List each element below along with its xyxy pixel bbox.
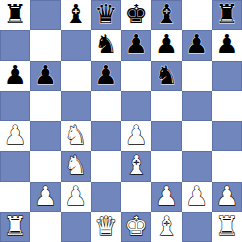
black-pawn: ♟: [185, 30, 208, 59]
square-a5[interactable]: [0, 91, 30, 121]
square-b7[interactable]: [30, 30, 60, 60]
white-bishop: ♝: [155, 212, 178, 241]
black-pawn: ♟: [94, 61, 117, 90]
square-h7[interactable]: ♟: [212, 30, 242, 60]
white-bishop: ♝: [124, 151, 147, 180]
square-h6[interactable]: [212, 61, 242, 91]
square-d1[interactable]: ♛: [91, 212, 121, 242]
black-pawn: ♟: [155, 30, 178, 59]
square-b2[interactable]: ♟: [30, 182, 60, 212]
square-b1[interactable]: [30, 212, 60, 242]
black-pawn: ♟: [34, 61, 57, 90]
square-d7[interactable]: ♞: [91, 30, 121, 60]
square-d8[interactable]: ♛: [91, 0, 121, 30]
white-pawn: ♟: [185, 182, 208, 211]
white-knight: ♞: [64, 151, 87, 180]
black-knight: ♞: [155, 61, 178, 90]
square-a7[interactable]: [0, 30, 30, 60]
square-f6[interactable]: ♞: [151, 61, 181, 91]
square-e1[interactable]: ♚: [121, 212, 151, 242]
square-a2[interactable]: [0, 182, 30, 212]
square-a6[interactable]: ♟: [0, 61, 30, 91]
black-bishop: ♝: [155, 0, 178, 29]
square-d6[interactable]: ♟: [91, 61, 121, 91]
white-rook: ♜: [215, 212, 238, 241]
square-e2[interactable]: [121, 182, 151, 212]
square-f2[interactable]: ♟: [151, 182, 181, 212]
square-c7[interactable]: [61, 30, 91, 60]
square-f3[interactable]: [151, 151, 181, 181]
white-pawn: ♟: [64, 182, 87, 211]
square-a3[interactable]: [0, 151, 30, 181]
black-pawn: ♟: [3, 61, 26, 90]
square-c1[interactable]: [61, 212, 91, 242]
square-e4[interactable]: ♟: [121, 121, 151, 151]
square-h4[interactable]: [212, 121, 242, 151]
white-pawn: ♟: [124, 121, 147, 150]
square-d5[interactable]: [91, 91, 121, 121]
white-pawn: ♟: [155, 182, 178, 211]
square-f5[interactable]: [151, 91, 181, 121]
square-d2[interactable]: [91, 182, 121, 212]
square-d3[interactable]: [91, 151, 121, 181]
black-pawn: ♟: [124, 30, 147, 59]
square-f4[interactable]: [151, 121, 181, 151]
square-e3[interactable]: ♝: [121, 151, 151, 181]
square-h3[interactable]: [212, 151, 242, 181]
square-b6[interactable]: ♟: [30, 61, 60, 91]
black-pawn: ♟: [215, 30, 238, 59]
square-c2[interactable]: ♟: [61, 182, 91, 212]
black-rook: ♜: [3, 0, 26, 29]
black-queen: ♛: [94, 0, 117, 29]
square-f8[interactable]: ♝: [151, 0, 181, 30]
square-g5[interactable]: [182, 91, 212, 121]
square-a1[interactable]: ♜: [0, 212, 30, 242]
white-knight: ♞: [64, 121, 87, 150]
square-h5[interactable]: [212, 91, 242, 121]
square-g3[interactable]: [182, 151, 212, 181]
square-b3[interactable]: [30, 151, 60, 181]
square-b8[interactable]: [30, 0, 60, 30]
square-d4[interactable]: [91, 121, 121, 151]
square-c8[interactable]: ♝: [61, 0, 91, 30]
black-knight: ♞: [94, 30, 117, 59]
white-queen: ♛: [94, 212, 117, 241]
square-g4[interactable]: [182, 121, 212, 151]
square-g1[interactable]: [182, 212, 212, 242]
square-e8[interactable]: ♚: [121, 0, 151, 30]
square-f7[interactable]: ♟: [151, 30, 181, 60]
square-f1[interactable]: ♝: [151, 212, 181, 242]
square-c5[interactable]: [61, 91, 91, 121]
square-g6[interactable]: [182, 61, 212, 91]
black-king: ♚: [124, 0, 147, 29]
white-pawn: ♟: [3, 121, 26, 150]
square-c6[interactable]: [61, 61, 91, 91]
square-c3[interactable]: ♞: [61, 151, 91, 181]
white-rook: ♜: [3, 212, 26, 241]
square-a8[interactable]: ♜: [0, 0, 30, 30]
square-g7[interactable]: ♟: [182, 30, 212, 60]
square-h2[interactable]: ♟: [212, 182, 242, 212]
black-rook: ♜: [215, 0, 238, 29]
white-pawn: ♟: [215, 182, 238, 211]
black-bishop: ♝: [64, 0, 87, 29]
square-a4[interactable]: ♟: [0, 121, 30, 151]
square-b4[interactable]: [30, 121, 60, 151]
white-pawn: ♟: [34, 182, 57, 211]
square-e5[interactable]: [121, 91, 151, 121]
square-c4[interactable]: ♞: [61, 121, 91, 151]
square-e7[interactable]: ♟: [121, 30, 151, 60]
square-g2[interactable]: ♟: [182, 182, 212, 212]
white-king: ♚: [124, 212, 147, 241]
square-h8[interactable]: ♜: [212, 0, 242, 30]
square-g8[interactable]: [182, 0, 212, 30]
square-b5[interactable]: [30, 91, 60, 121]
chess-board: ♜♝♛♚♝♜♞♟♟♟♟♟♟♟♞♟♞♟♞♝♟♟♟♟♟♜♛♚♝♜: [0, 0, 242, 242]
square-h1[interactable]: ♜: [212, 212, 242, 242]
square-e6[interactable]: [121, 61, 151, 91]
